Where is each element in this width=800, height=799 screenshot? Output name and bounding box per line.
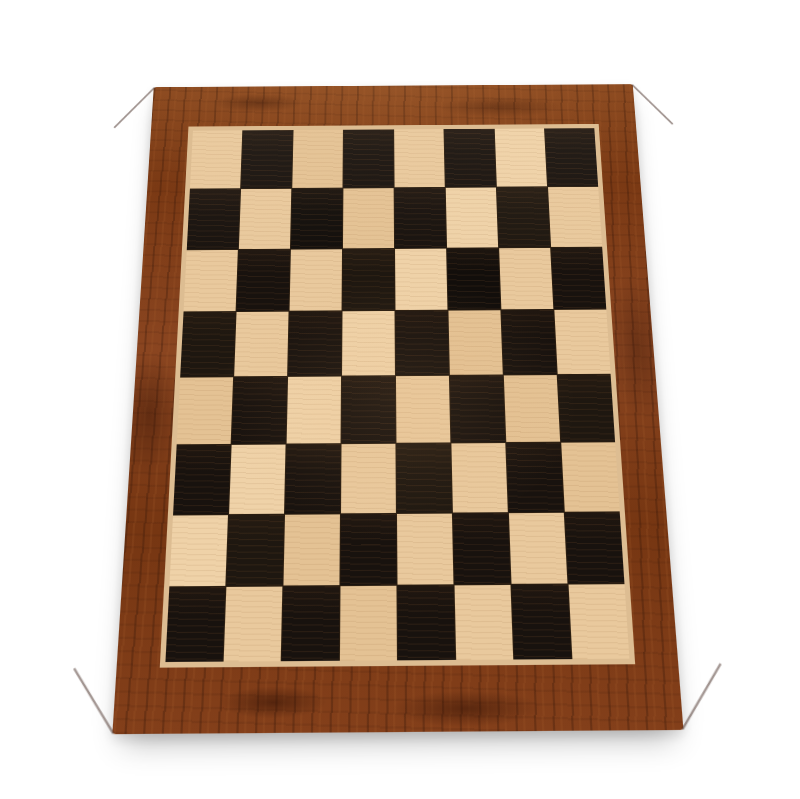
square-g4 [504,375,560,442]
square-e2 [397,513,453,585]
square-c7 [291,188,343,248]
square-c2 [283,514,340,586]
square-h5 [554,310,610,374]
square-c1 [282,586,340,661]
square-h7 [548,187,602,247]
square-g8 [495,128,547,186]
square-b6 [237,249,290,311]
square-c6 [290,249,342,311]
square-b8 [241,130,293,188]
square-f3 [451,443,507,512]
square-b2 [226,514,284,586]
square-d5 [342,311,395,375]
square-g7 [497,187,550,247]
square-d4 [342,376,396,443]
chessboard [112,84,683,734]
square-b7 [239,189,291,249]
square-a3 [173,445,231,514]
square-e8 [394,129,445,187]
square-e5 [395,311,448,375]
square-h4 [558,375,615,442]
square-b5 [234,312,288,376]
square-b4 [232,377,287,444]
square-a4 [177,377,233,444]
square-f7 [446,187,498,247]
square-b1 [224,587,283,662]
square-g2 [509,512,568,584]
checkerboard [165,128,629,662]
square-c5 [288,312,341,376]
square-e6 [395,248,447,310]
square-f2 [453,513,511,585]
photo-background [0,0,800,799]
square-f5 [448,310,502,374]
square-h3 [561,442,619,511]
board-frame [112,84,683,734]
frame-miter-top-right [631,84,673,125]
square-e7 [395,188,447,248]
square-g1 [512,585,572,660]
square-c3 [285,444,340,513]
square-d1 [340,586,397,661]
square-b3 [229,444,285,513]
square-d8 [343,129,393,187]
square-e3 [396,443,451,512]
square-g5 [501,310,556,374]
square-f8 [444,129,495,187]
square-c8 [292,130,343,188]
square-a7 [187,189,240,249]
square-d7 [343,188,394,248]
frame-miter-top-left [114,87,156,128]
square-h8 [545,128,598,186]
square-f4 [450,375,505,442]
square-h1 [569,584,630,659]
square-d2 [340,513,396,585]
square-h2 [565,512,625,584]
square-a1 [165,587,225,662]
square-f6 [447,248,500,310]
frame-miter-bottom-left [73,668,114,734]
square-a8 [190,130,242,188]
square-e1 [398,586,456,661]
square-h6 [551,247,606,309]
square-d6 [343,248,395,310]
square-g3 [506,442,563,511]
square-c4 [287,377,341,444]
square-a6 [184,249,238,311]
square-a2 [169,515,228,587]
square-g6 [499,247,553,309]
maple-trim [160,124,635,668]
square-a5 [180,312,235,376]
square-f1 [455,585,514,660]
frame-miter-bottom-right [682,663,722,730]
square-e4 [396,376,450,443]
square-d3 [341,444,396,513]
